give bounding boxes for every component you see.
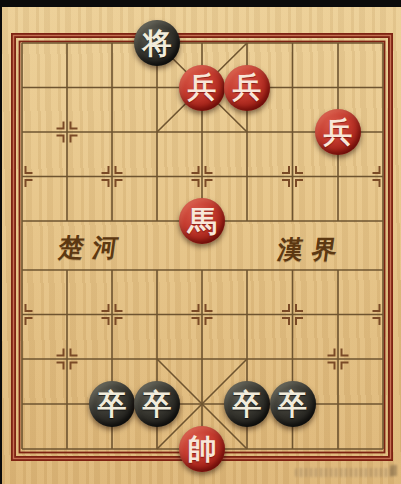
piece-glyph: 卒: [233, 390, 262, 419]
piece-red-pawn-1[interactable]: 兵: [179, 65, 225, 111]
piece-red-pawn-2[interactable]: 兵: [224, 65, 270, 111]
xiangqi-board[interactable]: 楚河 漢界 将兵兵兵馬卒卒卒卒帥: [2, 7, 401, 484]
piece-black-general[interactable]: 将: [134, 20, 180, 66]
piece-glyph: 将: [143, 29, 172, 58]
piece-glyph: 馬: [188, 207, 217, 236]
piece-red-horse[interactable]: 馬: [179, 198, 225, 244]
game-screen: 楚河 漢界 将兵兵兵馬卒卒卒卒帥: [0, 0, 401, 484]
piece-glyph: 卒: [98, 390, 127, 419]
piece-glyph: 兵: [188, 73, 217, 102]
piece-red-general[interactable]: 帥: [179, 426, 225, 472]
piece-black-pawn-2[interactable]: 卒: [134, 381, 180, 427]
piece-glyph: 兵: [324, 118, 353, 147]
letterbox-top-bar: [0, 0, 401, 7]
piece-black-pawn-4[interactable]: 卒: [270, 381, 316, 427]
piece-black-pawn-1[interactable]: 卒: [89, 381, 135, 427]
piece-black-pawn-3[interactable]: 卒: [224, 381, 270, 427]
piece-red-pawn-3[interactable]: 兵: [315, 109, 361, 155]
pieces-layer: 将兵兵兵馬卒卒卒卒帥: [2, 7, 401, 484]
watermark: [295, 468, 395, 477]
piece-glyph: 卒: [278, 390, 307, 419]
piece-glyph: 帥: [188, 435, 217, 464]
letterbox-left-bar: [0, 0, 2, 484]
piece-glyph: 卒: [143, 390, 172, 419]
piece-glyph: 兵: [233, 73, 262, 102]
